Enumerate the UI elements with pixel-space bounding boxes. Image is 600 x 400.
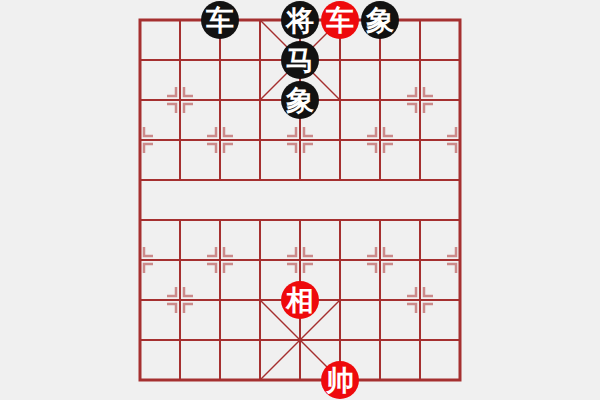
intersection-c8-r3[interactable] xyxy=(440,120,480,160)
intersection-c2-r7[interactable] xyxy=(200,280,240,320)
intersection-c4-r6[interactable] xyxy=(280,240,320,280)
intersection-c2-r3[interactable] xyxy=(200,120,240,160)
intersection-c8-r9[interactable] xyxy=(440,360,480,400)
intersection-c5-r9[interactable]: 帅 xyxy=(320,360,360,400)
intersection-c2-r1[interactable] xyxy=(200,40,240,80)
piece-black-elephant[interactable]: 象 xyxy=(281,81,319,119)
intersection-c6-r4[interactable] xyxy=(360,160,400,200)
intersection-c0-r2[interactable] xyxy=(120,80,160,120)
intersection-c2-r5[interactable] xyxy=(200,200,240,240)
intersection-c1-r2[interactable] xyxy=(160,80,200,120)
intersection-c2-r4[interactable] xyxy=(200,160,240,200)
piece-red-chariot[interactable]: 车 xyxy=(321,1,359,39)
intersection-c4-r8[interactable] xyxy=(280,320,320,360)
piece-label: 象 xyxy=(286,87,314,115)
intersection-c1-r6[interactable] xyxy=(160,240,200,280)
piece-label: 马 xyxy=(286,47,314,75)
piece-label: 相 xyxy=(286,287,314,315)
intersection-c3-r2[interactable] xyxy=(240,80,280,120)
intersection-c7-r5[interactable] xyxy=(400,200,440,240)
piece-black-general[interactable]: 将 xyxy=(281,1,319,39)
intersection-c3-r1[interactable] xyxy=(240,40,280,80)
intersection-c3-r5[interactable] xyxy=(240,200,280,240)
intersection-c5-r0[interactable]: 车 xyxy=(320,0,360,40)
intersection-c3-r7[interactable] xyxy=(240,280,280,320)
intersection-c7-r1[interactable] xyxy=(400,40,440,80)
intersection-c5-r7[interactable] xyxy=(320,280,360,320)
intersection-c0-r1[interactable] xyxy=(120,40,160,80)
intersection-c7-r0[interactable] xyxy=(400,0,440,40)
intersection-c1-r5[interactable] xyxy=(160,200,200,240)
intersection-c6-r7[interactable] xyxy=(360,280,400,320)
piece-black-chariot[interactable]: 车 xyxy=(201,1,239,39)
intersection-c0-r0[interactable] xyxy=(120,0,160,40)
intersection-c0-r3[interactable] xyxy=(120,120,160,160)
intersection-c1-r4[interactable] xyxy=(160,160,200,200)
intersection-c7-r7[interactable] xyxy=(400,280,440,320)
intersection-c4-r3[interactable] xyxy=(280,120,320,160)
piece-label: 帅 xyxy=(326,367,354,395)
intersection-c3-r8[interactable] xyxy=(240,320,280,360)
intersection-c6-r2[interactable] xyxy=(360,80,400,120)
intersection-c7-r2[interactable] xyxy=(400,80,440,120)
intersection-c3-r3[interactable] xyxy=(240,120,280,160)
intersection-c4-r4[interactable] xyxy=(280,160,320,200)
intersection-c3-r4[interactable] xyxy=(240,160,280,200)
intersection-c8-r1[interactable] xyxy=(440,40,480,80)
intersection-c4-r2[interactable]: 象 xyxy=(280,80,320,120)
intersection-c5-r5[interactable] xyxy=(320,200,360,240)
intersection-c4-r9[interactable] xyxy=(280,360,320,400)
intersection-c2-r9[interactable] xyxy=(200,360,240,400)
intersection-c1-r3[interactable] xyxy=(160,120,200,160)
intersection-c5-r4[interactable] xyxy=(320,160,360,200)
intersection-c2-r2[interactable] xyxy=(200,80,240,120)
intersection-c0-r6[interactable] xyxy=(120,240,160,280)
intersection-c7-r8[interactable] xyxy=(400,320,440,360)
intersection-c1-r1[interactable] xyxy=(160,40,200,80)
intersection-c2-r0[interactable]: 车 xyxy=(200,0,240,40)
intersection-c7-r6[interactable] xyxy=(400,240,440,280)
intersection-c6-r1[interactable] xyxy=(360,40,400,80)
piece-label: 车 xyxy=(326,7,354,35)
intersection-c8-r4[interactable] xyxy=(440,160,480,200)
intersection-c7-r3[interactable] xyxy=(400,120,440,160)
piece-red-general[interactable]: 帅 xyxy=(321,361,359,399)
piece-label: 象 xyxy=(366,7,394,35)
intersection-c4-r0[interactable]: 将 xyxy=(280,0,320,40)
intersection-c6-r8[interactable] xyxy=(360,320,400,360)
intersection-c2-r6[interactable] xyxy=(200,240,240,280)
piece-label: 将 xyxy=(286,7,314,35)
intersection-c6-r0[interactable]: 象 xyxy=(360,0,400,40)
intersection-c0-r5[interactable] xyxy=(120,200,160,240)
intersection-c5-r1[interactable] xyxy=(320,40,360,80)
intersection-c4-r1[interactable]: 马 xyxy=(280,40,320,80)
intersection-c0-r7[interactable] xyxy=(120,280,160,320)
intersection-c2-r8[interactable] xyxy=(200,320,240,360)
intersection-c1-r8[interactable] xyxy=(160,320,200,360)
intersection-c0-r4[interactable] xyxy=(120,160,160,200)
intersection-c5-r2[interactable] xyxy=(320,80,360,120)
intersection-c6-r6[interactable] xyxy=(360,240,400,280)
intersection-c8-r2[interactable] xyxy=(440,80,480,120)
intersection-c5-r6[interactable] xyxy=(320,240,360,280)
xiangqi-board: 车将车象马象相帅 xyxy=(0,0,600,400)
intersection-c5-r8[interactable] xyxy=(320,320,360,360)
intersection-c3-r9[interactable] xyxy=(240,360,280,400)
intersection-c7-r9[interactable] xyxy=(400,360,440,400)
intersection-c1-r9[interactable] xyxy=(160,360,200,400)
intersection-c1-r0[interactable] xyxy=(160,0,200,40)
piece-grid: 车将车象马象相帅 xyxy=(120,0,480,400)
intersection-c3-r6[interactable] xyxy=(240,240,280,280)
intersection-c4-r7[interactable]: 相 xyxy=(280,280,320,320)
intersection-c7-r4[interactable] xyxy=(400,160,440,200)
intersection-c8-r8[interactable] xyxy=(440,320,480,360)
piece-black-elephant[interactable]: 象 xyxy=(361,1,399,39)
intersection-c8-r0[interactable] xyxy=(440,0,480,40)
intersection-c1-r7[interactable] xyxy=(160,280,200,320)
intersection-c5-r3[interactable] xyxy=(320,120,360,160)
intersection-c8-r7[interactable] xyxy=(440,280,480,320)
intersection-c8-r5[interactable] xyxy=(440,200,480,240)
piece-label: 车 xyxy=(206,7,234,35)
intersection-c8-r6[interactable] xyxy=(440,240,480,280)
intersection-c3-r0[interactable] xyxy=(240,0,280,40)
intersection-c6-r9[interactable] xyxy=(360,360,400,400)
intersection-c4-r5[interactable] xyxy=(280,200,320,240)
piece-red-elephant[interactable]: 相 xyxy=(281,281,319,319)
piece-black-horse[interactable]: 马 xyxy=(281,41,319,79)
intersection-c0-r9[interactable] xyxy=(120,360,160,400)
intersection-c6-r5[interactable] xyxy=(360,200,400,240)
intersection-c6-r3[interactable] xyxy=(360,120,400,160)
intersection-c0-r8[interactable] xyxy=(120,320,160,360)
